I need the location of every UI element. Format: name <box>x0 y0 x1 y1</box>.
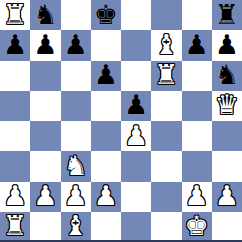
white-king[interactable]: ♚ <box>185 212 209 239</box>
white-pawn[interactable]: ♟ <box>185 182 209 209</box>
square-f5[interactable] <box>151 91 181 121</box>
white-queen[interactable]: ♛ <box>215 91 239 118</box>
square-h1[interactable] <box>212 212 242 242</box>
black-pawn[interactable]: ♟ <box>124 91 148 118</box>
black-rook[interactable]: ♜ <box>215 1 239 28</box>
square-a4[interactable] <box>0 121 30 151</box>
square-c7[interactable]: ♟ <box>61 30 91 60</box>
white-pawn[interactable]: ♟ <box>3 182 27 209</box>
square-e1[interactable] <box>121 212 151 242</box>
black-pawn[interactable]: ♟ <box>3 31 27 58</box>
square-h4[interactable] <box>212 121 242 151</box>
square-d6[interactable]: ♟ <box>91 61 121 91</box>
black-king[interactable]: ♚ <box>94 1 118 28</box>
black-pawn[interactable]: ♟ <box>215 31 239 58</box>
square-a6[interactable] <box>0 61 30 91</box>
square-b2[interactable]: ♟ <box>30 182 60 212</box>
square-g6[interactable] <box>182 61 212 91</box>
square-h6[interactable]: ♞ <box>212 61 242 91</box>
square-h7[interactable]: ♟ <box>212 30 242 60</box>
white-pawn[interactable]: ♟ <box>94 182 118 209</box>
square-b8[interactable]: ♞ <box>30 0 60 30</box>
square-f7[interactable]: ♝ <box>151 30 181 60</box>
black-pawn[interactable]: ♟ <box>94 61 118 88</box>
white-bishop[interactable]: ♝ <box>154 31 178 58</box>
white-pawn[interactable]: ♟ <box>215 182 239 209</box>
square-f3[interactable] <box>151 151 181 181</box>
square-a2[interactable]: ♟ <box>0 182 30 212</box>
square-b1[interactable] <box>30 212 60 242</box>
square-d2[interactable]: ♟ <box>91 182 121 212</box>
square-c8[interactable] <box>61 0 91 30</box>
square-e2[interactable] <box>121 182 151 212</box>
white-bishop[interactable]: ♝ <box>64 212 88 239</box>
square-c4[interactable] <box>61 121 91 151</box>
black-pawn[interactable]: ♟ <box>33 31 57 58</box>
white-rook[interactable]: ♜ <box>154 61 178 88</box>
square-h3[interactable] <box>212 151 242 181</box>
white-knight[interactable]: ♞ <box>64 152 88 179</box>
chess-board: ♜♞♚♜♟♟♟♝♟♟♟♜♞♟♛♟♞♟♟♟♟♟♟♜♝♚ <box>0 0 242 242</box>
square-g8[interactable] <box>182 0 212 30</box>
square-d7[interactable] <box>91 30 121 60</box>
square-g5[interactable] <box>182 91 212 121</box>
square-f4[interactable] <box>151 121 181 151</box>
square-h5[interactable]: ♛ <box>212 91 242 121</box>
square-a7[interactable]: ♟ <box>0 30 30 60</box>
white-pawn[interactable]: ♟ <box>64 182 88 209</box>
square-e8[interactable] <box>121 0 151 30</box>
square-a8[interactable]: ♜ <box>0 0 30 30</box>
square-a1[interactable]: ♜ <box>0 212 30 242</box>
square-g7[interactable]: ♟ <box>182 30 212 60</box>
white-pawn[interactable]: ♟ <box>124 122 148 149</box>
square-b7[interactable]: ♟ <box>30 30 60 60</box>
white-rook[interactable]: ♜ <box>3 1 27 28</box>
square-f8[interactable] <box>151 0 181 30</box>
square-b5[interactable] <box>30 91 60 121</box>
square-a5[interactable] <box>0 91 30 121</box>
square-b4[interactable] <box>30 121 60 151</box>
square-e7[interactable] <box>121 30 151 60</box>
square-e3[interactable] <box>121 151 151 181</box>
square-g3[interactable] <box>182 151 212 181</box>
black-knight[interactable]: ♞ <box>33 1 57 28</box>
square-a3[interactable] <box>0 151 30 181</box>
square-c5[interactable] <box>61 91 91 121</box>
square-f6[interactable]: ♜ <box>151 61 181 91</box>
square-b3[interactable] <box>30 151 60 181</box>
square-e4[interactable]: ♟ <box>121 121 151 151</box>
square-b6[interactable] <box>30 61 60 91</box>
square-h8[interactable]: ♜ <box>212 0 242 30</box>
square-d8[interactable]: ♚ <box>91 0 121 30</box>
square-c1[interactable]: ♝ <box>61 212 91 242</box>
square-g2[interactable]: ♟ <box>182 182 212 212</box>
square-e6[interactable] <box>121 61 151 91</box>
square-f2[interactable] <box>151 182 181 212</box>
square-d1[interactable] <box>91 212 121 242</box>
square-h2[interactable]: ♟ <box>212 182 242 212</box>
square-g4[interactable] <box>182 121 212 151</box>
square-g1[interactable]: ♚ <box>182 212 212 242</box>
square-c6[interactable] <box>61 61 91 91</box>
square-d5[interactable] <box>91 91 121 121</box>
square-e5[interactable]: ♟ <box>121 91 151 121</box>
white-pawn[interactable]: ♟ <box>33 182 57 209</box>
square-c3[interactable]: ♞ <box>61 151 91 181</box>
square-f1[interactable] <box>151 212 181 242</box>
square-d4[interactable] <box>91 121 121 151</box>
square-c2[interactable]: ♟ <box>61 182 91 212</box>
black-knight[interactable]: ♞ <box>215 61 239 88</box>
white-rook[interactable]: ♜ <box>3 212 27 239</box>
square-d3[interactable] <box>91 151 121 181</box>
black-pawn[interactable]: ♟ <box>185 31 209 58</box>
black-pawn[interactable]: ♟ <box>64 31 88 58</box>
